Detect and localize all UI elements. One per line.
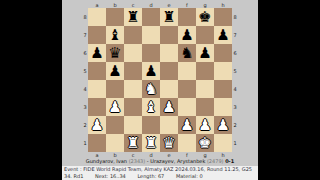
black-pawn-b5: ♟: [108, 62, 121, 80]
rank-label-2: 2: [232, 116, 238, 134]
next-info: Next: 16..34: [95, 173, 126, 179]
length-info: Length: 67: [137, 173, 164, 179]
white-player-name: Gundyarov, Ivan: [86, 158, 127, 164]
square-f8[interactable]: [178, 8, 196, 26]
white-bishop-d3: ♝: [144, 98, 157, 116]
info-box: Event : FIDE World Rapid Team, Almaty KA…: [62, 166, 258, 180]
white-rook-c1: ♜: [126, 134, 139, 152]
square-e4[interactable]: [160, 80, 178, 98]
square-f3[interactable]: [178, 98, 196, 116]
white-queen-e1: ♛: [162, 134, 175, 152]
square-f5[interactable]: [178, 62, 196, 80]
black-knight-f6: ♞: [180, 44, 193, 62]
white-player-rating: (2343): [129, 158, 146, 164]
square-h6[interactable]: [214, 44, 232, 62]
black-pawn-a6: ♟: [90, 44, 103, 62]
black-pawn-g6: ♟: [198, 44, 211, 62]
square-b3[interactable]: ♟: [106, 98, 124, 116]
square-f1[interactable]: [178, 134, 196, 152]
square-d1[interactable]: ♜: [142, 134, 160, 152]
black-rook-e8: ♜: [162, 8, 175, 26]
current-move: 34. Rd1: [64, 173, 83, 179]
square-a4[interactable]: [88, 80, 106, 98]
square-b4[interactable]: [106, 80, 124, 98]
square-g3[interactable]: [196, 98, 214, 116]
square-g4[interactable]: [196, 80, 214, 98]
square-c4[interactable]: [124, 80, 142, 98]
white-king-g1: ♚: [198, 134, 211, 152]
square-e5[interactable]: [160, 62, 178, 80]
status-line: 34. Rd1 Next: 16..34 Length: 67 Material…: [64, 174, 256, 179]
square-e3[interactable]: ♟: [160, 98, 178, 116]
square-d5[interactable]: ♟: [142, 62, 160, 80]
square-b1[interactable]: [106, 134, 124, 152]
game-result: 0-1: [225, 158, 234, 164]
right-letterbox-bar: [258, 0, 320, 180]
square-h7[interactable]: ♟: [214, 26, 232, 44]
square-b6[interactable]: ♛: [106, 44, 124, 62]
square-f4[interactable]: [178, 80, 196, 98]
rank-label-3: 3: [232, 98, 238, 116]
event-line: Event : FIDE World Rapid Team, Almaty KA…: [64, 167, 256, 172]
white-pawn-e3: ♟: [162, 98, 175, 116]
square-d2[interactable]: [142, 116, 160, 134]
black-pawn-h7: ♟: [216, 26, 229, 44]
square-g2[interactable]: ♟: [196, 116, 214, 134]
left-letterbox-bar: [0, 0, 62, 180]
square-h8[interactable]: [214, 8, 232, 26]
white-pawn-a2: ♟: [90, 116, 103, 134]
rank-labels-right: 87654321: [232, 8, 238, 152]
square-a6[interactable]: ♟: [88, 44, 106, 62]
square-c8[interactable]: ♜: [124, 8, 142, 26]
square-g5[interactable]: [196, 62, 214, 80]
black-player-name: Urazayev, Arystanbek: [150, 158, 205, 164]
square-b8[interactable]: [106, 8, 124, 26]
white-pawn-h2: ♟: [216, 116, 229, 134]
chess-app-panel: abcdefgh 87654321 ♜♜♚♝♟♟♟♛♞♟♟♟♞♟♝♟♟♟♟♟♜♜…: [62, 0, 258, 180]
square-d3[interactable]: ♝: [142, 98, 160, 116]
square-f2[interactable]: ♟: [178, 116, 196, 134]
white-knight-d4: ♞: [144, 80, 157, 98]
black-player-rating: (2479): [207, 158, 224, 164]
players-separator: -: [147, 158, 149, 164]
game-caption: Gundyarov, Ivan (2343) - Urazayev, Aryst…: [62, 159, 258, 180]
square-a2[interactable]: ♟: [88, 116, 106, 134]
square-b7[interactable]: ♝: [106, 26, 124, 44]
square-d8[interactable]: [142, 8, 160, 26]
black-pawn-d5: ♟: [144, 62, 157, 80]
square-a5[interactable]: [88, 62, 106, 80]
chess-board: ♜♜♚♝♟♟♟♛♞♟♟♟♞♟♝♟♟♟♟♟♜♜♛♚: [88, 8, 232, 152]
square-c7[interactable]: [124, 26, 142, 44]
square-b2[interactable]: [106, 116, 124, 134]
square-g6[interactable]: ♟: [196, 44, 214, 62]
square-d7[interactable]: [142, 26, 160, 44]
square-d4[interactable]: ♞: [142, 80, 160, 98]
square-g8[interactable]: ♚: [196, 8, 214, 26]
square-c2[interactable]: [124, 116, 142, 134]
white-pawn-g2: ♟: [198, 116, 211, 134]
players-line: Gundyarov, Ivan (2343) - Urazayev, Aryst…: [62, 159, 258, 165]
square-h2[interactable]: ♟: [214, 116, 232, 134]
square-a8[interactable]: [88, 8, 106, 26]
square-g1[interactable]: ♚: [196, 134, 214, 152]
square-d6[interactable]: [142, 44, 160, 62]
white-pawn-b3: ♟: [108, 98, 121, 116]
square-f6[interactable]: ♞: [178, 44, 196, 62]
rank-label-1: 1: [232, 134, 238, 152]
black-bishop-b7: ♝: [108, 26, 121, 44]
square-c3[interactable]: [124, 98, 142, 116]
black-rook-c8: ♜: [126, 8, 139, 26]
square-e7[interactable]: [160, 26, 178, 44]
black-king-g8: ♚: [198, 8, 211, 26]
material-info: Material: 0: [176, 173, 203, 179]
rank-label-7: 7: [232, 26, 238, 44]
square-e6[interactable]: [160, 44, 178, 62]
black-queen-b6: ♛: [108, 44, 121, 62]
board-area: abcdefgh 87654321 ♜♜♚♝♟♟♟♛♞♟♟♟♞♟♝♟♟♟♟♟♜♜…: [62, 0, 258, 158]
square-c5[interactable]: [124, 62, 142, 80]
square-h3[interactable]: [214, 98, 232, 116]
square-h4[interactable]: [214, 80, 232, 98]
rank-label-8: 8: [232, 8, 238, 26]
square-a3[interactable]: [88, 98, 106, 116]
square-f7[interactable]: ♟: [178, 26, 196, 44]
black-pawn-f7: ♟: [180, 26, 193, 44]
square-b5[interactable]: ♟: [106, 62, 124, 80]
square-c6[interactable]: [124, 44, 142, 62]
square-h1[interactable]: [214, 134, 232, 152]
square-c1[interactable]: ♜: [124, 134, 142, 152]
square-h5[interactable]: [214, 62, 232, 80]
square-e2[interactable]: [160, 116, 178, 134]
rank-label-4: 4: [232, 80, 238, 98]
square-g7[interactable]: [196, 26, 214, 44]
rank-label-5: 5: [232, 62, 238, 80]
square-a1[interactable]: [88, 134, 106, 152]
square-a7[interactable]: [88, 26, 106, 44]
white-rook-d1: ♜: [144, 134, 157, 152]
square-e1[interactable]: ♛: [160, 134, 178, 152]
white-pawn-f2: ♟: [180, 116, 193, 134]
square-e8[interactable]: ♜: [160, 8, 178, 26]
rank-label-6: 6: [232, 44, 238, 62]
